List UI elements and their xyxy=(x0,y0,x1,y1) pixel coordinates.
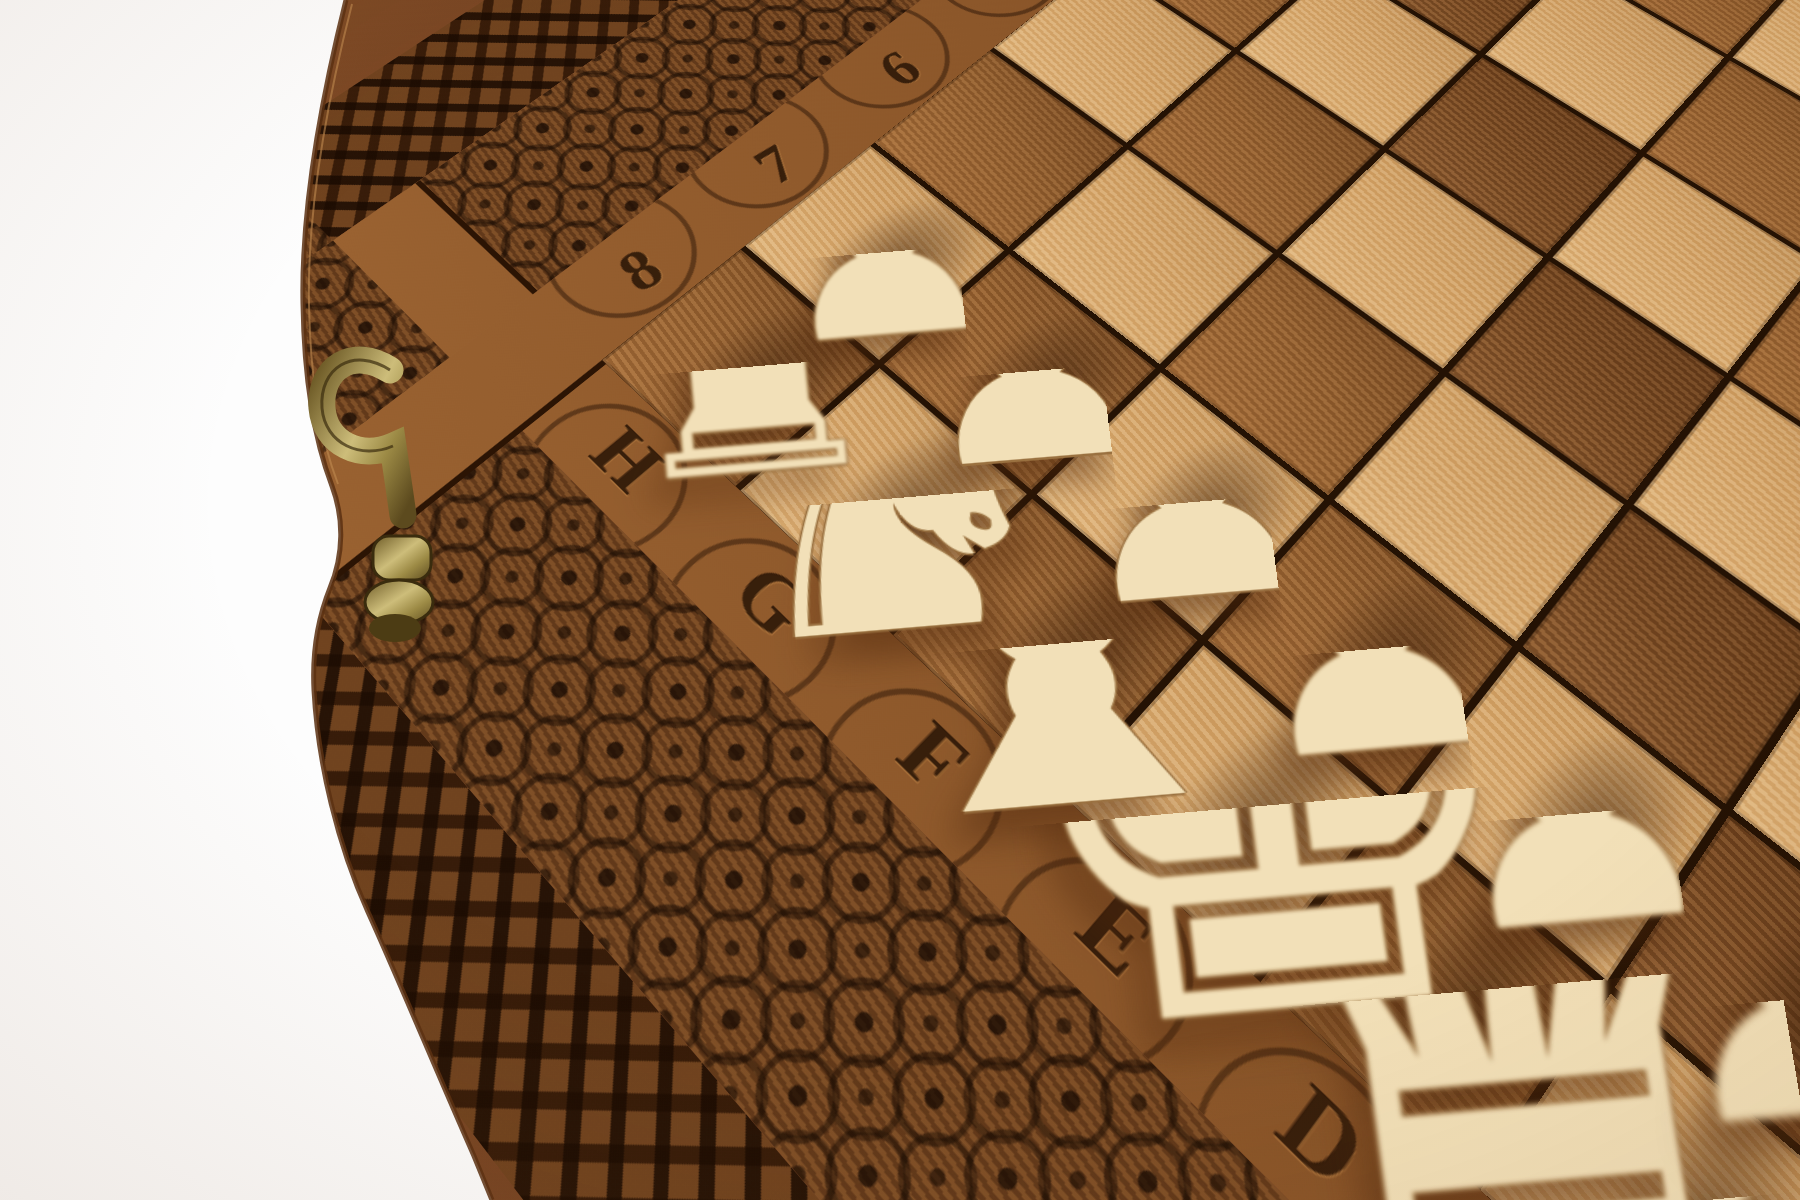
chess-board: HGFEDCBA 87654321 ♜♟♞♟♝♟♚♟♛♟♝♟♞ xyxy=(0,0,1800,1200)
file-label-glyph: D xyxy=(1257,1059,1386,1200)
rank-label-glyph: 6 xyxy=(864,40,934,98)
file-label-glyph: G xyxy=(714,545,829,654)
rank-label-glyph: 7 xyxy=(740,134,811,198)
square-e5[interactable] xyxy=(1449,261,1724,499)
file-label-glyph: F xyxy=(879,701,989,812)
photo-stage: HGFEDCBA 87654321 ♜♟♞♟♝♟♚♟♛♟♝♟♞ xyxy=(0,0,1800,1200)
brass-latch xyxy=(295,330,475,650)
rank-label-glyph: 8 xyxy=(604,236,676,306)
rank-label-glyph: 5 xyxy=(978,0,1047,8)
